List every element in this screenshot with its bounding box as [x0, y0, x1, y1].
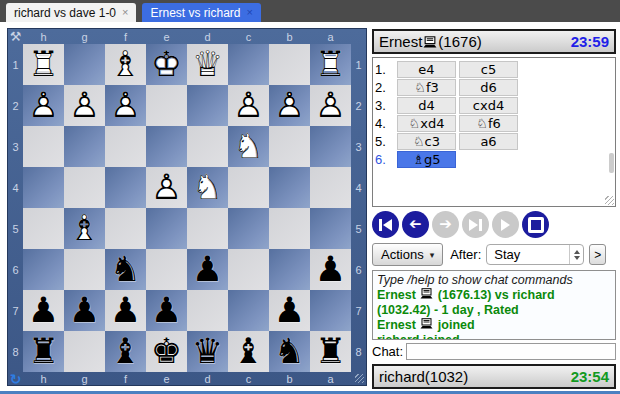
square-b4[interactable]: [269, 167, 310, 208]
top-player-bar: Ernest (1676) 23:59: [372, 29, 616, 54]
file-label-e-bottom: e: [146, 372, 187, 385]
square-g2[interactable]: ♙: [64, 85, 105, 126]
square-c8[interactable]: ♝: [228, 331, 269, 372]
square-e8[interactable]: ♚: [146, 331, 187, 372]
black-pawn: ♟: [69, 290, 100, 331]
black-pawn: ♟: [151, 290, 182, 331]
move-number: 2.: [375, 80, 397, 95]
square-a3[interactable]: [310, 126, 351, 167]
stop-button[interactable]: [522, 211, 549, 238]
square-h8[interactable]: ♜: [23, 331, 64, 372]
move-row: 4.♘xd4♘f6: [373, 114, 615, 132]
file-label-h: h: [23, 29, 64, 44]
skip-to-start-button[interactable]: [372, 211, 399, 238]
tab-bar: richard vs dave 1-0 × Ernest vs richard …: [0, 0, 620, 22]
move-row: 1.e4c5: [373, 60, 615, 78]
square-e5[interactable]: [146, 208, 187, 249]
move-number: 4.: [375, 116, 397, 131]
square-c3[interactable]: ♘: [228, 126, 269, 167]
play-button: [492, 211, 519, 238]
square-e3[interactable]: [146, 126, 187, 167]
back-button[interactable]: ➔: [402, 211, 429, 238]
square-g6[interactable]: [64, 249, 105, 290]
rank-label-7: 7: [8, 290, 23, 331]
tools-icon[interactable]: ⚒: [8, 29, 23, 44]
black-king: ♚: [151, 331, 182, 372]
file-label-a-bottom: a: [310, 372, 351, 385]
rank-label-7-right: 7: [351, 290, 366, 331]
actions-row: Actions ▾ After: Stay >: [372, 243, 616, 266]
rank-label-2: 2: [8, 85, 23, 126]
move-black[interactable]: ♘f6: [459, 115, 518, 132]
move-number: 5.: [375, 134, 397, 149]
move-black[interactable]: cxd4: [459, 97, 518, 114]
square-g7[interactable]: ♟: [64, 290, 105, 331]
after-select[interactable]: Stay: [486, 244, 584, 265]
white-rook: ♖: [315, 44, 346, 85]
rank-label-3: 3: [8, 126, 23, 167]
board-resize-handle[interactable]: [351, 372, 366, 385]
square-b7[interactable]: ♟: [269, 290, 310, 331]
rank-label-5-right: 5: [351, 208, 366, 249]
rank-label-8: 8: [8, 331, 23, 372]
square-h3[interactable]: [23, 126, 64, 167]
game-panel: Ernest (1676) 23:59 1.e4c52.♘f3d63.d4cxd…: [372, 29, 616, 389]
square-e1[interactable]: ♔: [146, 44, 187, 85]
square-b5[interactable]: [269, 208, 310, 249]
chat-input-row: Chat:: [372, 343, 616, 360]
square-a5[interactable]: [310, 208, 351, 249]
flip-board-icon[interactable]: ↻: [8, 372, 23, 385]
white-knight: ♘: [233, 126, 264, 167]
rank-label-4-right: 4: [351, 167, 366, 208]
close-tab-icon[interactable]: ×: [247, 7, 253, 18]
move-list: 1.e4c52.♘f3d63.d4cxd44.♘xd4♘f65.♘c3a66.♗…: [372, 57, 616, 207]
square-a7[interactable]: [310, 290, 351, 331]
after-label: After:: [450, 247, 481, 262]
black-bishop: ♝: [110, 331, 141, 372]
forward-button: ➔: [432, 211, 459, 238]
move-white[interactable]: ♘c3: [397, 133, 456, 150]
square-a6[interactable]: ♟: [310, 249, 351, 290]
square-d7[interactable]: [187, 290, 228, 331]
square-h7[interactable]: ♟: [23, 290, 64, 331]
move-black[interactable]: a6: [459, 133, 518, 150]
file-label-g: g: [64, 29, 105, 44]
computer-icon: [420, 318, 433, 329]
white-pawn: ♙: [233, 85, 264, 126]
chess-board: ⚒hgfedcba1♖♗♔♕♖12♙♙♙♙♙♙23♘34♙♘45♗56♞♟♟67…: [8, 29, 366, 385]
square-d1[interactable]: ♕: [187, 44, 228, 85]
white-pawn: ♙: [151, 167, 182, 208]
square-c2[interactable]: ♙: [228, 85, 269, 126]
move-black[interactable]: d6: [459, 79, 518, 96]
black-rook: ♜: [28, 331, 59, 372]
go-button[interactable]: >: [589, 244, 606, 265]
square-h1[interactable]: ♖: [23, 44, 64, 85]
square-c1[interactable]: [228, 44, 269, 85]
rank-label-8-right: 8: [351, 331, 366, 372]
top-player-name: Ernest (1676): [379, 33, 482, 50]
move-number: 1.: [375, 62, 397, 77]
square-c6[interactable]: [228, 249, 269, 290]
square-e2[interactable]: [146, 85, 187, 126]
square-g4[interactable]: [64, 167, 105, 208]
black-knight: ♞: [110, 249, 141, 290]
white-bishop: ♗: [69, 208, 100, 249]
bottom-player-bar: richard(1032) 23:54: [372, 364, 616, 389]
black-knight: ♞: [274, 331, 305, 372]
chat-input[interactable]: [406, 343, 616, 360]
tab-label: Ernest vs richard: [150, 6, 240, 20]
actions-button[interactable]: Actions ▾: [372, 243, 443, 266]
square-b1[interactable]: [269, 44, 310, 85]
square-g8[interactable]: [64, 331, 105, 372]
black-bishop: ♝: [233, 331, 264, 372]
white-pawn: ♙: [69, 85, 100, 126]
square-b8[interactable]: ♞: [269, 331, 310, 372]
move-white[interactable]: d4: [397, 97, 456, 114]
top-player-clock: 23:59: [571, 33, 609, 50]
file-label-b-bottom: b: [269, 372, 310, 385]
chat-message: Type /help to show chat commands: [377, 273, 611, 288]
file-label-f-bottom: f: [105, 372, 146, 385]
move-white[interactable]: e4: [397, 61, 456, 78]
move-white[interactable]: ♘f3: [397, 79, 456, 96]
black-pawn: ♟: [28, 290, 59, 331]
square-d3[interactable]: [187, 126, 228, 167]
black-pawn: ♟: [274, 290, 305, 331]
move-number: 3.: [375, 98, 397, 113]
white-rook: ♖: [28, 44, 59, 85]
navigation-buttons: ➔➔: [372, 211, 616, 238]
black-pawn: ♟: [110, 290, 141, 331]
square-d6[interactable]: ♟: [187, 249, 228, 290]
file-label-c: c: [228, 29, 269, 44]
square-e4[interactable]: ♙: [146, 167, 187, 208]
square-h5[interactable]: [23, 208, 64, 249]
black-pawn: ♟: [315, 249, 346, 290]
file-label-h-bottom: h: [23, 372, 64, 385]
move-row: 6.♗g5: [373, 150, 615, 168]
tab-richard-vs-dave[interactable]: richard vs dave 1-0 ×: [6, 3, 136, 22]
bottom-player-name: richard(1032): [379, 368, 468, 385]
white-pawn: ♙: [110, 85, 141, 126]
white-pawn: ♙: [28, 85, 59, 126]
square-e7[interactable]: ♟: [146, 290, 187, 331]
move-white[interactable]: ♗g5: [397, 151, 456, 168]
file-label-g-bottom: g: [64, 372, 105, 385]
square-f3[interactable]: [105, 126, 146, 167]
chat-message: richard joined: [377, 333, 611, 340]
chat-message: Ernest joined: [377, 318, 611, 333]
square-g1[interactable]: [64, 44, 105, 85]
file-label-d: d: [187, 29, 228, 44]
white-bishop: ♗: [110, 44, 141, 85]
square-b2[interactable]: ♙: [269, 85, 310, 126]
move-row: 2.♘f3d6: [373, 78, 615, 96]
square-f2[interactable]: ♙: [105, 85, 146, 126]
square-c7[interactable]: [228, 290, 269, 331]
close-tab-icon[interactable]: ×: [122, 7, 128, 18]
square-g3[interactable]: [64, 126, 105, 167]
move-number: 6.: [375, 152, 397, 167]
square-f4[interactable]: [105, 167, 146, 208]
file-label-d-bottom: d: [187, 372, 228, 385]
square-h6[interactable]: [23, 249, 64, 290]
file-label-b: b: [269, 29, 310, 44]
computer-icon: [420, 288, 433, 299]
chevron-down-icon: ▾: [430, 250, 435, 260]
square-f8[interactable]: ♝: [105, 331, 146, 372]
computer-icon: [423, 36, 437, 48]
square-b3[interactable]: [269, 126, 310, 167]
main-content: ⚒hgfedcba1♖♗♔♕♖12♙♙♙♙♙♙23♘34♙♘45♗56♞♟♟67…: [0, 22, 620, 389]
black-rook: ♜: [315, 331, 346, 372]
rank-label-2-right: 2: [351, 85, 366, 126]
black-queen: ♛: [192, 331, 223, 372]
square-b6[interactable]: [269, 249, 310, 290]
rank-label-4: 4: [8, 167, 23, 208]
chat-label: Chat:: [372, 344, 403, 359]
move-list-scrollbar[interactable]: [609, 153, 614, 173]
black-pawn: ♟: [192, 249, 223, 290]
move-row: 5.♘c3a6: [373, 132, 615, 150]
square-f5[interactable]: [105, 208, 146, 249]
move-black[interactable]: c5: [459, 61, 518, 78]
rank-label-1-right: 1: [351, 44, 366, 85]
move-row: 3.d4cxd4: [373, 96, 615, 114]
chess-app-window: richard vs dave 1-0 × Ernest vs richard …: [0, 0, 620, 394]
white-king: ♔: [151, 44, 182, 85]
square-f1[interactable]: ♗: [105, 44, 146, 85]
square-d8[interactable]: ♛: [187, 331, 228, 372]
file-label-e: e: [146, 29, 187, 44]
rank-label-1: 1: [8, 44, 23, 85]
tab-label: richard vs dave 1-0: [14, 6, 116, 20]
rank-label-6: 6: [8, 249, 23, 290]
file-label-f: f: [105, 29, 146, 44]
chat-message: Ernest (1676.13) vs richard (1032.42) - …: [377, 288, 611, 318]
square-f7[interactable]: ♟: [105, 290, 146, 331]
square-a1[interactable]: ♖: [310, 44, 351, 85]
after-select-value: Stay: [487, 247, 569, 262]
square-f6[interactable]: ♞: [105, 249, 146, 290]
tab-ernest-vs-richard[interactable]: Ernest vs richard ×: [142, 3, 260, 22]
file-label-c-bottom: c: [228, 372, 269, 385]
square-h4[interactable]: [23, 167, 64, 208]
square-a8[interactable]: ♜: [310, 331, 351, 372]
square-e6[interactable]: [146, 249, 187, 290]
square-d2[interactable]: [187, 85, 228, 126]
square-c4[interactable]: [228, 167, 269, 208]
select-stepper-icon: [569, 245, 583, 264]
bottom-player-clock: 23:54: [571, 368, 609, 385]
square-g5[interactable]: ♗: [64, 208, 105, 249]
file-label-a: a: [310, 29, 351, 44]
square-d4[interactable]: ♘: [187, 167, 228, 208]
move-list-resize-handle[interactable]: [605, 196, 614, 205]
square-h2[interactable]: ♙: [23, 85, 64, 126]
rank-label-5: 5: [8, 208, 23, 249]
square-a2[interactable]: ♙: [310, 85, 351, 126]
move-white[interactable]: ♘xd4: [397, 115, 456, 132]
skip-to-end-button: [462, 211, 489, 238]
rank-label-3-right: 3: [351, 126, 366, 167]
white-knight: ♘: [192, 167, 223, 208]
square-c5[interactable]: [228, 208, 269, 249]
white-pawn: ♙: [274, 85, 305, 126]
board-corner: [351, 29, 366, 44]
white-queen: ♕: [192, 44, 223, 85]
square-d5[interactable]: [187, 208, 228, 249]
white-pawn: ♙: [315, 85, 346, 126]
rank-label-6-right: 6: [351, 249, 366, 290]
square-a4[interactable]: [310, 167, 351, 208]
chat-messages: Type /help to show chat commandsErnest (…: [372, 270, 616, 340]
